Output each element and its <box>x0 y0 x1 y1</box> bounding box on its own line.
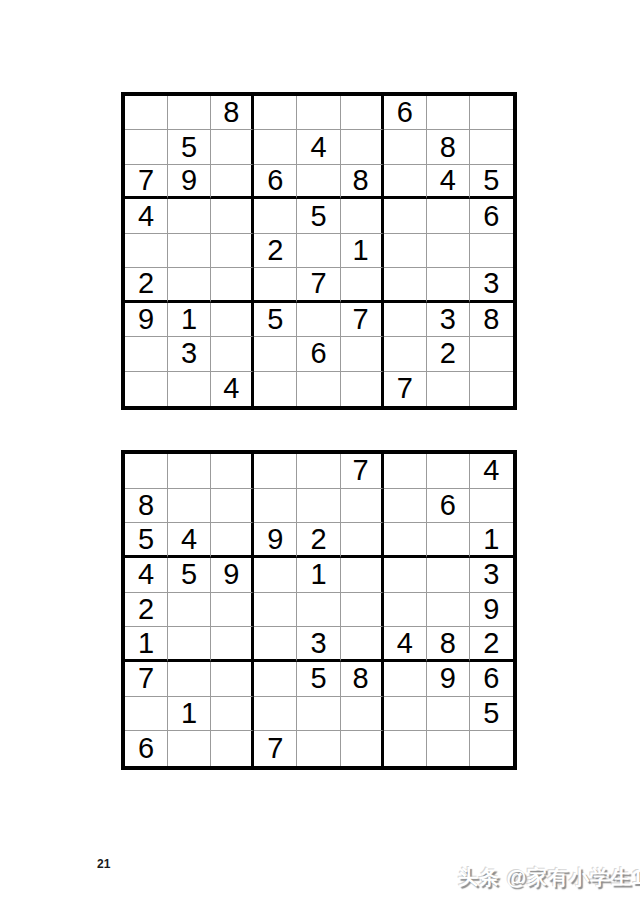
cell-r7c6: 7 <box>341 303 384 337</box>
cell-r6c3 <box>211 627 254 662</box>
cell-r2c2: 5 <box>168 130 211 164</box>
cell-r2c3 <box>211 130 254 164</box>
cell-r9c1: 6 <box>125 731 168 766</box>
cell-r9c3: 4 <box>211 372 254 406</box>
cell-r8c7 <box>384 697 427 732</box>
cell-r6c8: 8 <box>427 627 470 662</box>
cell-r6c5: 3 <box>297 627 340 662</box>
cell-r1c4 <box>254 454 297 489</box>
sudoku-grid-top: 865487968454562127391573836247 <box>121 92 517 410</box>
cell-r9c8 <box>427 372 470 406</box>
cell-r8c9: 5 <box>470 697 513 732</box>
cell-r8c1 <box>125 337 168 371</box>
cell-r4c8 <box>427 199 470 233</box>
cell-r1c6 <box>341 96 384 130</box>
cell-r9c3 <box>211 731 254 766</box>
cell-r4c7 <box>384 558 427 593</box>
page-number: 21 <box>97 857 110 871</box>
cell-r5c3 <box>211 234 254 268</box>
cell-r1c1 <box>125 454 168 489</box>
cell-r6c6 <box>341 627 384 662</box>
cell-r2c5: 4 <box>297 130 340 164</box>
cell-r3c5: 2 <box>297 523 340 558</box>
cell-r2c9 <box>470 130 513 164</box>
cell-r3c7 <box>384 523 427 558</box>
cell-r7c9: 6 <box>470 662 513 697</box>
cell-r2c1 <box>125 130 168 164</box>
cell-r1c9 <box>470 96 513 130</box>
cell-r3c4: 9 <box>254 523 297 558</box>
cell-r5c9: 9 <box>470 593 513 628</box>
cell-r5c7 <box>384 593 427 628</box>
cell-r7c4: 5 <box>254 303 297 337</box>
cell-r3c9: 1 <box>470 523 513 558</box>
cell-r4c5: 1 <box>297 558 340 593</box>
cell-r6c7 <box>384 268 427 302</box>
cell-r2c2 <box>168 489 211 524</box>
cell-r5c7 <box>384 234 427 268</box>
cell-r3c9: 5 <box>470 165 513 199</box>
cell-r8c2: 3 <box>168 337 211 371</box>
cell-r4c7 <box>384 199 427 233</box>
cell-r6c2 <box>168 627 211 662</box>
cell-r8c3 <box>211 697 254 732</box>
cell-r5c1 <box>125 234 168 268</box>
cell-r2c7 <box>384 130 427 164</box>
cell-r7c5 <box>297 303 340 337</box>
cell-r2c7 <box>384 489 427 524</box>
cell-r9c5 <box>297 731 340 766</box>
cell-r4c4 <box>254 199 297 233</box>
cell-r6c4 <box>254 627 297 662</box>
cell-r8c5: 6 <box>297 337 340 371</box>
cell-r3c4: 6 <box>254 165 297 199</box>
cell-r1c9: 4 <box>470 454 513 489</box>
cell-r7c4 <box>254 662 297 697</box>
cell-r5c5 <box>297 234 340 268</box>
cell-r9c9 <box>470 731 513 766</box>
cell-r1c6: 7 <box>341 454 384 489</box>
cell-r1c5 <box>297 96 340 130</box>
cell-r4c8 <box>427 558 470 593</box>
cell-r9c1 <box>125 372 168 406</box>
cell-r3c3 <box>211 523 254 558</box>
cell-r6c1: 2 <box>125 268 168 302</box>
cell-r1c4 <box>254 96 297 130</box>
cell-r7c6: 8 <box>341 662 384 697</box>
cell-r5c9 <box>470 234 513 268</box>
cell-r4c4 <box>254 558 297 593</box>
cell-r9c2 <box>168 372 211 406</box>
sudoku-grid-bottom: 748654921459132913482758961567 <box>121 450 517 770</box>
cell-r2c3 <box>211 489 254 524</box>
cell-r3c8 <box>427 523 470 558</box>
cell-r2c6 <box>341 489 384 524</box>
cell-r6c1: 1 <box>125 627 168 662</box>
cell-r2c8: 8 <box>427 130 470 164</box>
cell-r5c2 <box>168 234 211 268</box>
cell-r4c1: 4 <box>125 199 168 233</box>
cell-r9c2 <box>168 731 211 766</box>
cell-r3c5 <box>297 165 340 199</box>
cell-r7c1: 9 <box>125 303 168 337</box>
cell-r8c8: 2 <box>427 337 470 371</box>
cell-r1c7: 6 <box>384 96 427 130</box>
cell-r3c1: 5 <box>125 523 168 558</box>
cell-r6c5: 7 <box>297 268 340 302</box>
cell-r7c1: 7 <box>125 662 168 697</box>
cell-r3c6: 8 <box>341 165 384 199</box>
cell-r6c3 <box>211 268 254 302</box>
cell-r5c8 <box>427 234 470 268</box>
cell-r8c7 <box>384 337 427 371</box>
cell-r5c2 <box>168 593 211 628</box>
cell-r4c3 <box>211 199 254 233</box>
cell-r8c2: 1 <box>168 697 211 732</box>
cell-r8c5 <box>297 697 340 732</box>
cell-r4c1: 4 <box>125 558 168 593</box>
cell-r3c8: 4 <box>427 165 470 199</box>
cell-r8c8 <box>427 697 470 732</box>
cell-r8c4 <box>254 697 297 732</box>
cell-r7c3 <box>211 662 254 697</box>
cell-r6c7: 4 <box>384 627 427 662</box>
cell-r4c6 <box>341 558 384 593</box>
cell-r2c4 <box>254 130 297 164</box>
cell-r5c4 <box>254 593 297 628</box>
cell-r3c3 <box>211 165 254 199</box>
cell-r8c1 <box>125 697 168 732</box>
cell-r5c8 <box>427 593 470 628</box>
cell-r9c6 <box>341 731 384 766</box>
cell-r1c3: 8 <box>211 96 254 130</box>
cell-r9c8 <box>427 731 470 766</box>
cell-r9c4: 7 <box>254 731 297 766</box>
cell-r4c3: 9 <box>211 558 254 593</box>
cell-r6c2 <box>168 268 211 302</box>
cell-r1c2 <box>168 96 211 130</box>
cell-r8c6 <box>341 337 384 371</box>
cell-r6c6 <box>341 268 384 302</box>
cell-r5c6 <box>341 593 384 628</box>
cell-r5c6: 1 <box>341 234 384 268</box>
cell-r4c9: 3 <box>470 558 513 593</box>
cell-r4c5: 5 <box>297 199 340 233</box>
cell-r1c1 <box>125 96 168 130</box>
cell-r7c2 <box>168 662 211 697</box>
cell-r7c9: 8 <box>470 303 513 337</box>
cell-r2c4 <box>254 489 297 524</box>
cell-r4c2: 5 <box>168 558 211 593</box>
cell-r7c5: 5 <box>297 662 340 697</box>
cell-r1c3 <box>211 454 254 489</box>
cell-r6c4 <box>254 268 297 302</box>
cell-r2c5 <box>297 489 340 524</box>
cell-r1c8 <box>427 454 470 489</box>
cell-r3c7 <box>384 165 427 199</box>
cell-r4c9: 6 <box>470 199 513 233</box>
cell-r3c6 <box>341 523 384 558</box>
cell-r8c6 <box>341 697 384 732</box>
cell-r3c1: 7 <box>125 165 168 199</box>
cell-r1c8 <box>427 96 470 130</box>
cell-r8c9 <box>470 337 513 371</box>
cell-r6c9: 2 <box>470 627 513 662</box>
cell-r2c9 <box>470 489 513 524</box>
cell-r9c9 <box>470 372 513 406</box>
cell-r2c8: 6 <box>427 489 470 524</box>
cell-r8c3 <box>211 337 254 371</box>
cell-r7c3 <box>211 303 254 337</box>
cell-r1c5 <box>297 454 340 489</box>
cell-r7c7 <box>384 662 427 697</box>
cell-r9c4 <box>254 372 297 406</box>
cell-r2c6 <box>341 130 384 164</box>
cell-r4c2 <box>168 199 211 233</box>
cell-r9c5 <box>297 372 340 406</box>
cell-r1c7 <box>384 454 427 489</box>
cell-r9c7: 7 <box>384 372 427 406</box>
cell-r5c1: 2 <box>125 593 168 628</box>
cell-r7c2: 1 <box>168 303 211 337</box>
cell-r3c2: 9 <box>168 165 211 199</box>
cell-r5c3 <box>211 593 254 628</box>
cell-r7c7 <box>384 303 427 337</box>
cell-r6c8 <box>427 268 470 302</box>
cell-r5c4: 2 <box>254 234 297 268</box>
cell-r4c6 <box>341 199 384 233</box>
cell-r6c9: 3 <box>470 268 513 302</box>
cell-r7c8: 9 <box>427 662 470 697</box>
cell-r2c1: 8 <box>125 489 168 524</box>
cell-r9c7 <box>384 731 427 766</box>
cell-r9c6 <box>341 372 384 406</box>
watermark: 头条 @家有小学生123 <box>458 864 640 891</box>
cell-r8c4 <box>254 337 297 371</box>
cell-r1c2 <box>168 454 211 489</box>
cell-r7c8: 3 <box>427 303 470 337</box>
cell-r3c2: 4 <box>168 523 211 558</box>
cell-r5c5 <box>297 593 340 628</box>
